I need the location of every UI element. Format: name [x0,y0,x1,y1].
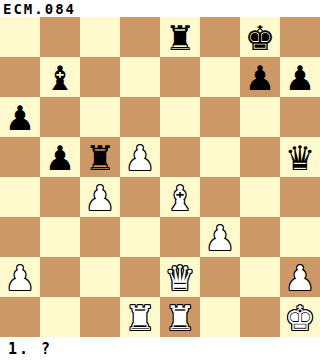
square-c5[interactable]: ♜ [80,137,120,177]
square-g1[interactable] [240,297,280,337]
square-f8[interactable] [200,17,240,57]
square-f6[interactable] [200,97,240,137]
square-d8[interactable] [120,17,160,57]
square-b3[interactable] [40,217,80,257]
square-a5[interactable] [0,137,40,177]
square-b7[interactable]: ♝ [40,57,80,97]
piece-black-pawn-icon: ♟ [0,97,40,137]
piece-black-pawn-icon: ♟ [240,57,280,97]
piece-white-rook-icon: ♜ [120,297,160,337]
square-h5[interactable]: ♛ [280,137,320,177]
square-h2[interactable]: ♟ [280,257,320,297]
square-f4[interactable] [200,177,240,217]
square-g2[interactable] [240,257,280,297]
square-h8[interactable] [280,17,320,57]
move-prompt: 1. ? [8,340,52,358]
square-d5[interactable]: ♟ [120,137,160,177]
square-f1[interactable] [200,297,240,337]
square-c1[interactable] [80,297,120,337]
square-f3[interactable]: ♟ [200,217,240,257]
square-e1[interactable]: ♜ [160,297,200,337]
square-b4[interactable] [40,177,80,217]
piece-black-king-icon: ♚ [240,17,280,57]
square-b5[interactable]: ♟ [40,137,80,177]
square-e5[interactable] [160,137,200,177]
square-e3[interactable] [160,217,200,257]
square-d4[interactable] [120,177,160,217]
square-g8[interactable]: ♚ [240,17,280,57]
square-a7[interactable] [0,57,40,97]
square-g3[interactable] [240,217,280,257]
square-e7[interactable] [160,57,200,97]
square-a2[interactable]: ♟ [0,257,40,297]
square-c2[interactable] [80,257,120,297]
piece-black-bishop-icon: ♝ [40,57,80,97]
square-f7[interactable] [200,57,240,97]
square-a6[interactable]: ♟ [0,97,40,137]
square-h6[interactable] [280,97,320,137]
square-c6[interactable] [80,97,120,137]
piece-white-pawn-icon: ♟ [80,177,120,217]
square-g4[interactable] [240,177,280,217]
square-d1[interactable]: ♜ [120,297,160,337]
page-title: ECM.084 [3,1,76,17]
piece-black-pawn-icon: ♟ [280,57,320,97]
chess-diagram-window: ECM.084 ♜♚♝♟♟♟♟♜♟♛♟♝♟♟♛♟♜♜♚ 1. ? [0,0,320,360]
piece-black-rook-icon: ♜ [160,17,200,57]
piece-black-queen-icon: ♛ [280,137,320,177]
piece-white-pawn-icon: ♟ [280,257,320,297]
square-h7[interactable]: ♟ [280,57,320,97]
square-a4[interactable] [0,177,40,217]
piece-white-pawn-icon: ♟ [200,217,240,257]
piece-white-rook-icon: ♜ [160,297,200,337]
square-h1[interactable]: ♚ [280,297,320,337]
square-e8[interactable]: ♜ [160,17,200,57]
piece-white-bishop-icon: ♝ [160,177,200,217]
square-a8[interactable] [0,17,40,57]
square-c3[interactable] [80,217,120,257]
square-g5[interactable] [240,137,280,177]
square-c4[interactable]: ♟ [80,177,120,217]
square-a3[interactable] [0,217,40,257]
square-e6[interactable] [160,97,200,137]
chess-board: ♜♚♝♟♟♟♟♜♟♛♟♝♟♟♛♟♜♜♚ [0,17,320,337]
square-f5[interactable] [200,137,240,177]
square-c7[interactable] [80,57,120,97]
piece-black-pawn-icon: ♟ [40,137,80,177]
square-b1[interactable] [40,297,80,337]
piece-white-king-icon: ♚ [280,297,320,337]
square-d6[interactable] [120,97,160,137]
square-b8[interactable] [40,17,80,57]
footer: 1. ? [0,337,320,360]
square-h4[interactable] [280,177,320,217]
square-a1[interactable] [0,297,40,337]
square-d3[interactable] [120,217,160,257]
square-g6[interactable] [240,97,280,137]
square-e4[interactable]: ♝ [160,177,200,217]
square-d7[interactable] [120,57,160,97]
square-g7[interactable]: ♟ [240,57,280,97]
piece-black-rook-icon: ♜ [80,137,120,177]
piece-white-pawn-icon: ♟ [0,257,40,297]
square-c8[interactable] [80,17,120,57]
square-b2[interactable] [40,257,80,297]
square-e2[interactable]: ♛ [160,257,200,297]
square-h3[interactable] [280,217,320,257]
piece-white-pawn-icon: ♟ [120,137,160,177]
piece-white-queen-icon: ♛ [160,257,200,297]
square-b6[interactable] [40,97,80,137]
square-d2[interactable] [120,257,160,297]
square-f2[interactable] [200,257,240,297]
header: ECM.084 [0,0,320,17]
